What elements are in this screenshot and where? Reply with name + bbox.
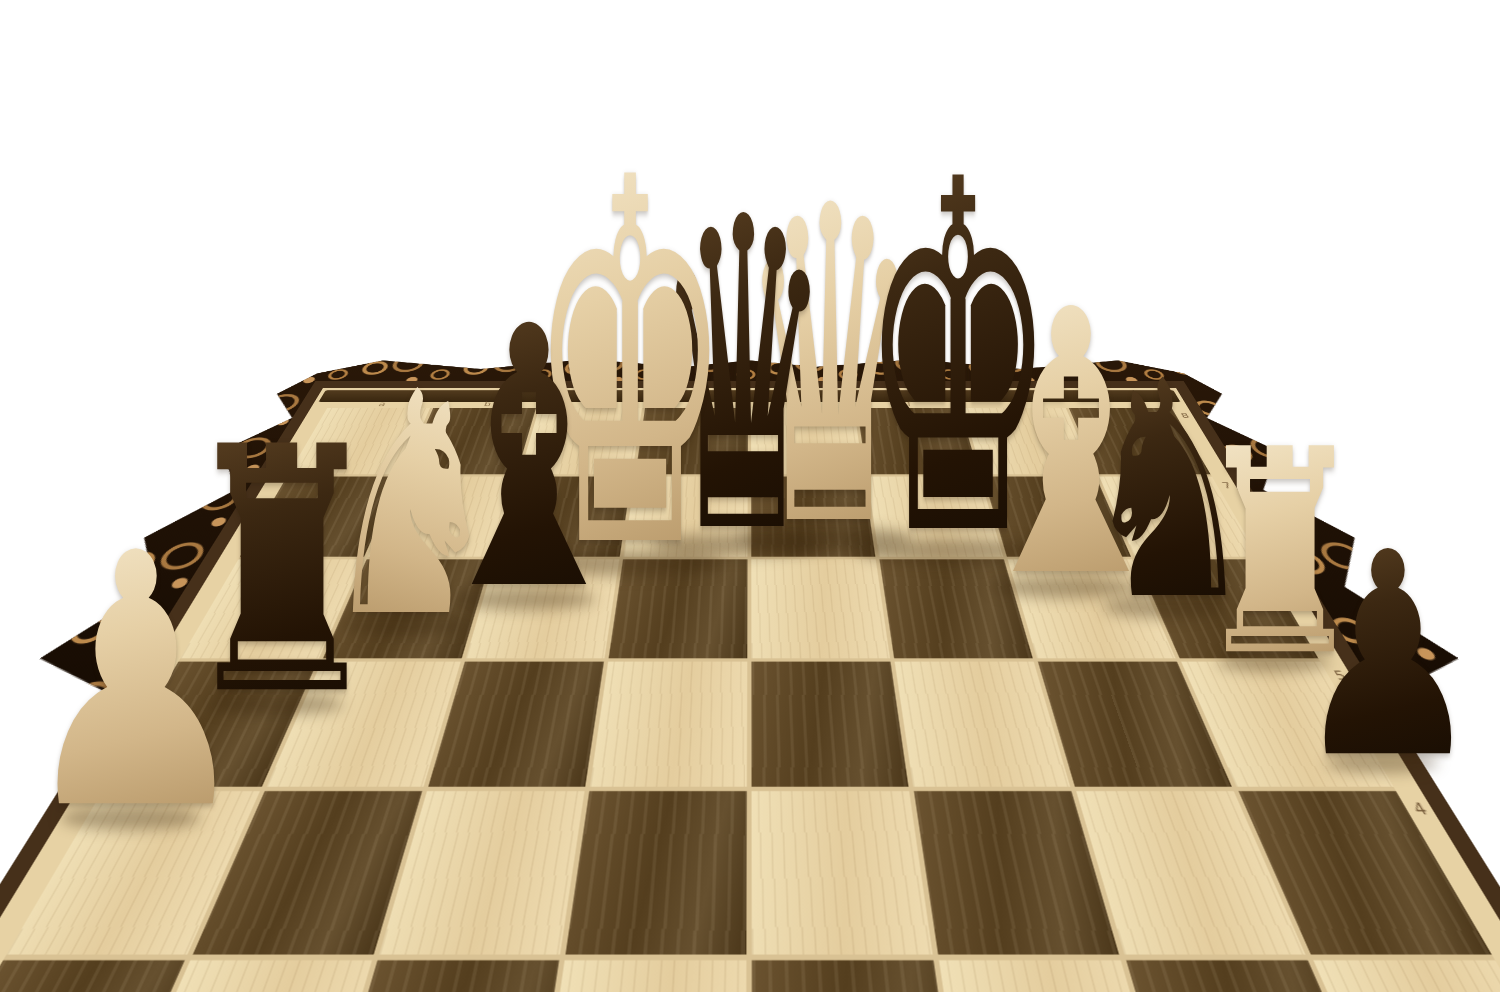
square-d3[interactable]: [532, 960, 746, 992]
square-e3[interactable]: [752, 960, 966, 992]
square-e4[interactable]: [752, 791, 933, 955]
square-d5[interactable]: [590, 662, 747, 787]
white-pawn[interactable]: ♟: [19, 546, 254, 818]
square-h3[interactable]: [1313, 960, 1500, 992]
photo-scene: abcdefgh 87654321 ♟ ♜ ♞ ♝ ♚ ♛ ♛ ♚ ♝ ♞ ♜ …: [0, 0, 1500, 992]
square-d4[interactable]: [565, 791, 746, 955]
square-a3[interactable]: [0, 960, 185, 992]
square-e5[interactable]: [751, 662, 908, 787]
black-pawn[interactable]: ♟: [1294, 546, 1483, 765]
